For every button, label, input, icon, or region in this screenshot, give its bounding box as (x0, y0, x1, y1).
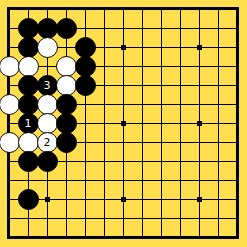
star-point (45, 197, 50, 202)
star-point (121, 45, 126, 50)
stone-white (37, 37, 58, 58)
stone-black (75, 37, 96, 58)
stone-black (56, 18, 77, 39)
stone-white (0, 94, 20, 115)
stone-black (18, 189, 39, 210)
goban[interactable]: 312 (9, 9, 238, 238)
stone-black (56, 113, 77, 134)
stone-black (56, 94, 77, 115)
stone-black (56, 132, 77, 153)
stone-black (18, 18, 39, 39)
stone-white (56, 75, 77, 96)
star-point (197, 121, 202, 126)
star-point (121, 197, 126, 202)
star-point (197, 45, 202, 50)
stone-black (37, 151, 58, 172)
move-number-label: 3 (44, 80, 51, 91)
stone-black (18, 37, 39, 58)
stone-black (37, 18, 58, 39)
stone-white (56, 56, 77, 77)
stone-black-move-1: 1 (18, 113, 39, 134)
stone-white (37, 113, 58, 134)
stone-black (18, 94, 39, 115)
stone-black-move-3: 3 (37, 75, 58, 96)
stone-white (0, 132, 20, 153)
stone-white (18, 56, 39, 77)
stone-white (37, 94, 58, 115)
stone-white-move-2: 2 (37, 132, 58, 153)
star-point (121, 121, 126, 126)
stone-black (18, 151, 39, 172)
stone-white (0, 56, 20, 77)
go-board-diagram: 312 (0, 0, 247, 247)
star-point (197, 197, 202, 202)
stone-black (75, 56, 96, 77)
move-number-label: 1 (25, 118, 32, 129)
stone-black (75, 75, 96, 96)
move-number-label: 2 (44, 137, 51, 148)
stone-black (18, 75, 39, 96)
stone-white (18, 132, 39, 153)
